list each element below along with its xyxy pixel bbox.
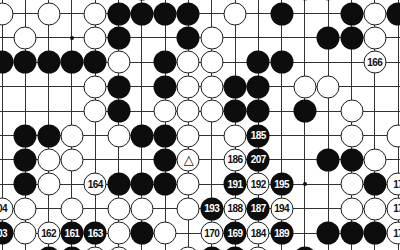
move-number: 188: [228, 204, 243, 214]
white-stone: [154, 222, 177, 245]
black-stone: [317, 148, 340, 171]
black-stone: [154, 148, 177, 171]
black-stone: [177, 26, 200, 49]
white-stone: [84, 100, 107, 123]
move-number: 186: [228, 155, 243, 165]
black-stone: 187: [247, 197, 270, 220]
black-stone: [37, 51, 60, 74]
black-stone: [340, 222, 363, 245]
move-number: 17: [393, 228, 400, 238]
white-stone: [60, 197, 83, 220]
star-point: [303, 182, 307, 186]
white-stone: 17: [387, 222, 400, 245]
black-stone: 189: [270, 222, 293, 245]
move-number: 164: [88, 179, 103, 189]
move-number: 166: [367, 57, 382, 67]
white-stone: [14, 26, 37, 49]
white-stone: [340, 100, 363, 123]
black-stone: [247, 51, 270, 74]
white-stone: 166: [363, 51, 386, 74]
black-stone: [107, 2, 130, 25]
black-stone: [0, 51, 14, 74]
move-number: 170: [204, 228, 219, 238]
black-stone: [107, 173, 130, 196]
move-number: 191: [228, 179, 243, 189]
white-stone: [317, 0, 340, 1]
black-stone: [340, 26, 363, 49]
white-stone: [84, 246, 107, 250]
white-stone: 186: [224, 148, 247, 171]
white-stone: 162: [37, 222, 60, 245]
white-stone: [177, 124, 200, 147]
white-stone: [107, 222, 130, 245]
move-number: 193: [204, 204, 219, 214]
black-stone: [37, 246, 60, 250]
white-stone: [107, 197, 130, 220]
black-stone: [224, 100, 247, 123]
white-stone: [0, 2, 14, 25]
black-stone: [130, 2, 153, 25]
triangle-mark-icon: △: [184, 153, 193, 166]
black-stone: [60, 246, 83, 250]
black-stone: [224, 246, 247, 250]
white-stone: [200, 26, 223, 49]
white-stone: [14, 197, 37, 220]
white-stone: [293, 75, 316, 98]
white-stone: 192: [247, 173, 270, 196]
white-stone: [60, 148, 83, 171]
white-stone: [177, 51, 200, 74]
move-number: 04: [0, 204, 7, 214]
move-number: 169: [228, 228, 243, 238]
black-stone: [107, 75, 130, 98]
white-stone: [387, 124, 400, 147]
move-number: 187: [251, 204, 266, 214]
white-stone: [14, 222, 37, 245]
white-stone: [84, 26, 107, 49]
white-stone: 17: [387, 173, 400, 196]
white-stone: 04: [0, 197, 14, 220]
white-stone: [154, 100, 177, 123]
black-stone: [154, 2, 177, 25]
black-stone: [317, 222, 340, 245]
black-stone: 161: [60, 222, 83, 245]
black-stone: [177, 2, 200, 25]
black-stone: [363, 222, 386, 245]
black-stone: [14, 51, 37, 74]
black-stone: 191: [224, 173, 247, 196]
black-stone: [37, 124, 60, 147]
black-stone: [247, 100, 270, 123]
white-stone: [363, 26, 386, 49]
white-stone: [177, 246, 200, 250]
white-stone: [293, 0, 316, 1]
black-stone: [154, 51, 177, 74]
white-stone: [84, 75, 107, 98]
white-stone: [177, 173, 200, 196]
black-stone: [154, 75, 177, 98]
black-stone: [340, 148, 363, 171]
black-stone: [363, 173, 386, 196]
black-stone: [14, 148, 37, 171]
black-stone: [270, 51, 293, 74]
black-stone: [154, 173, 177, 196]
black-stone: 207: [247, 148, 270, 171]
white-stone: 17: [387, 197, 400, 220]
white-stone: [224, 2, 247, 25]
star-point: [70, 36, 74, 40]
white-stone: [177, 75, 200, 98]
move-number: 162: [41, 228, 56, 238]
white-stone: △: [177, 148, 200, 171]
white-stone: 188: [224, 197, 247, 220]
move-number: 184: [251, 228, 266, 238]
white-stone: [363, 197, 386, 220]
white-stone: [317, 75, 340, 98]
black-stone: [224, 75, 247, 98]
black-stone: [200, 246, 223, 250]
black-stone: [154, 124, 177, 147]
white-stone: [200, 75, 223, 98]
white-stone: [107, 51, 130, 74]
black-stone: 03: [0, 222, 14, 245]
black-stone: [107, 100, 130, 123]
black-stone: [293, 100, 316, 123]
white-stone: [60, 124, 83, 147]
move-number: 189: [274, 228, 289, 238]
move-number: 195: [274, 179, 289, 189]
black-stone: [340, 2, 363, 25]
white-stone: [200, 51, 223, 74]
move-number: 163: [88, 228, 103, 238]
white-stone: 184: [247, 222, 270, 245]
black-stone: [84, 51, 107, 74]
white-stone: [363, 148, 386, 171]
black-stone: [107, 26, 130, 49]
black-stone: 185: [247, 124, 270, 147]
black-stone: [14, 173, 37, 196]
move-number: 192: [251, 179, 266, 189]
black-stone: [14, 124, 37, 147]
white-stone: [200, 100, 223, 123]
move-number: 207: [251, 155, 266, 165]
go-board[interactable]: 166185△186207164191192195170419318818719…: [0, 0, 400, 250]
white-stone: 164: [84, 173, 107, 196]
black-stone: [317, 26, 340, 49]
black-stone: [130, 124, 153, 147]
move-number: 03: [0, 228, 7, 238]
black-stone: [293, 246, 316, 250]
black-stone: 195: [270, 173, 293, 196]
white-stone: [340, 173, 363, 196]
white-stone: [177, 100, 200, 123]
white-stone: [84, 2, 107, 25]
move-number: 185: [251, 131, 266, 141]
black-stone: 193: [200, 197, 223, 220]
white-stone: [107, 246, 130, 250]
white-stone: [247, 246, 270, 250]
white-stone: [130, 197, 153, 220]
move-number: 17: [393, 179, 400, 189]
white-stone: 194: [270, 197, 293, 220]
white-stone: [37, 148, 60, 171]
black-stone: [387, 2, 400, 25]
black-stone: 163: [84, 222, 107, 245]
move-number: 17: [393, 204, 400, 214]
move-number: 194: [274, 204, 289, 214]
black-stone: [270, 2, 293, 25]
black-stone: [130, 222, 153, 245]
white-stone: [37, 2, 60, 25]
white-stone: [340, 197, 363, 220]
white-stone: [363, 2, 386, 25]
white-stone: [177, 197, 200, 220]
black-stone: [60, 51, 83, 74]
white-stone: 170: [200, 222, 223, 245]
white-stone: [224, 124, 247, 147]
black-stone: [247, 75, 270, 98]
black-stone: [130, 173, 153, 196]
move-number: 161: [64, 228, 79, 238]
white-stone: [340, 124, 363, 147]
black-stone: 169: [224, 222, 247, 245]
black-stone: [130, 0, 153, 1]
white-stone: [107, 124, 130, 147]
white-stone: [37, 173, 60, 196]
